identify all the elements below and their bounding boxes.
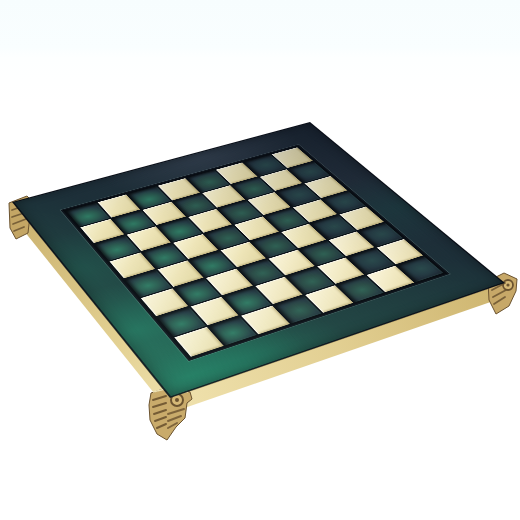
chessboard-product-photo xyxy=(0,0,520,520)
